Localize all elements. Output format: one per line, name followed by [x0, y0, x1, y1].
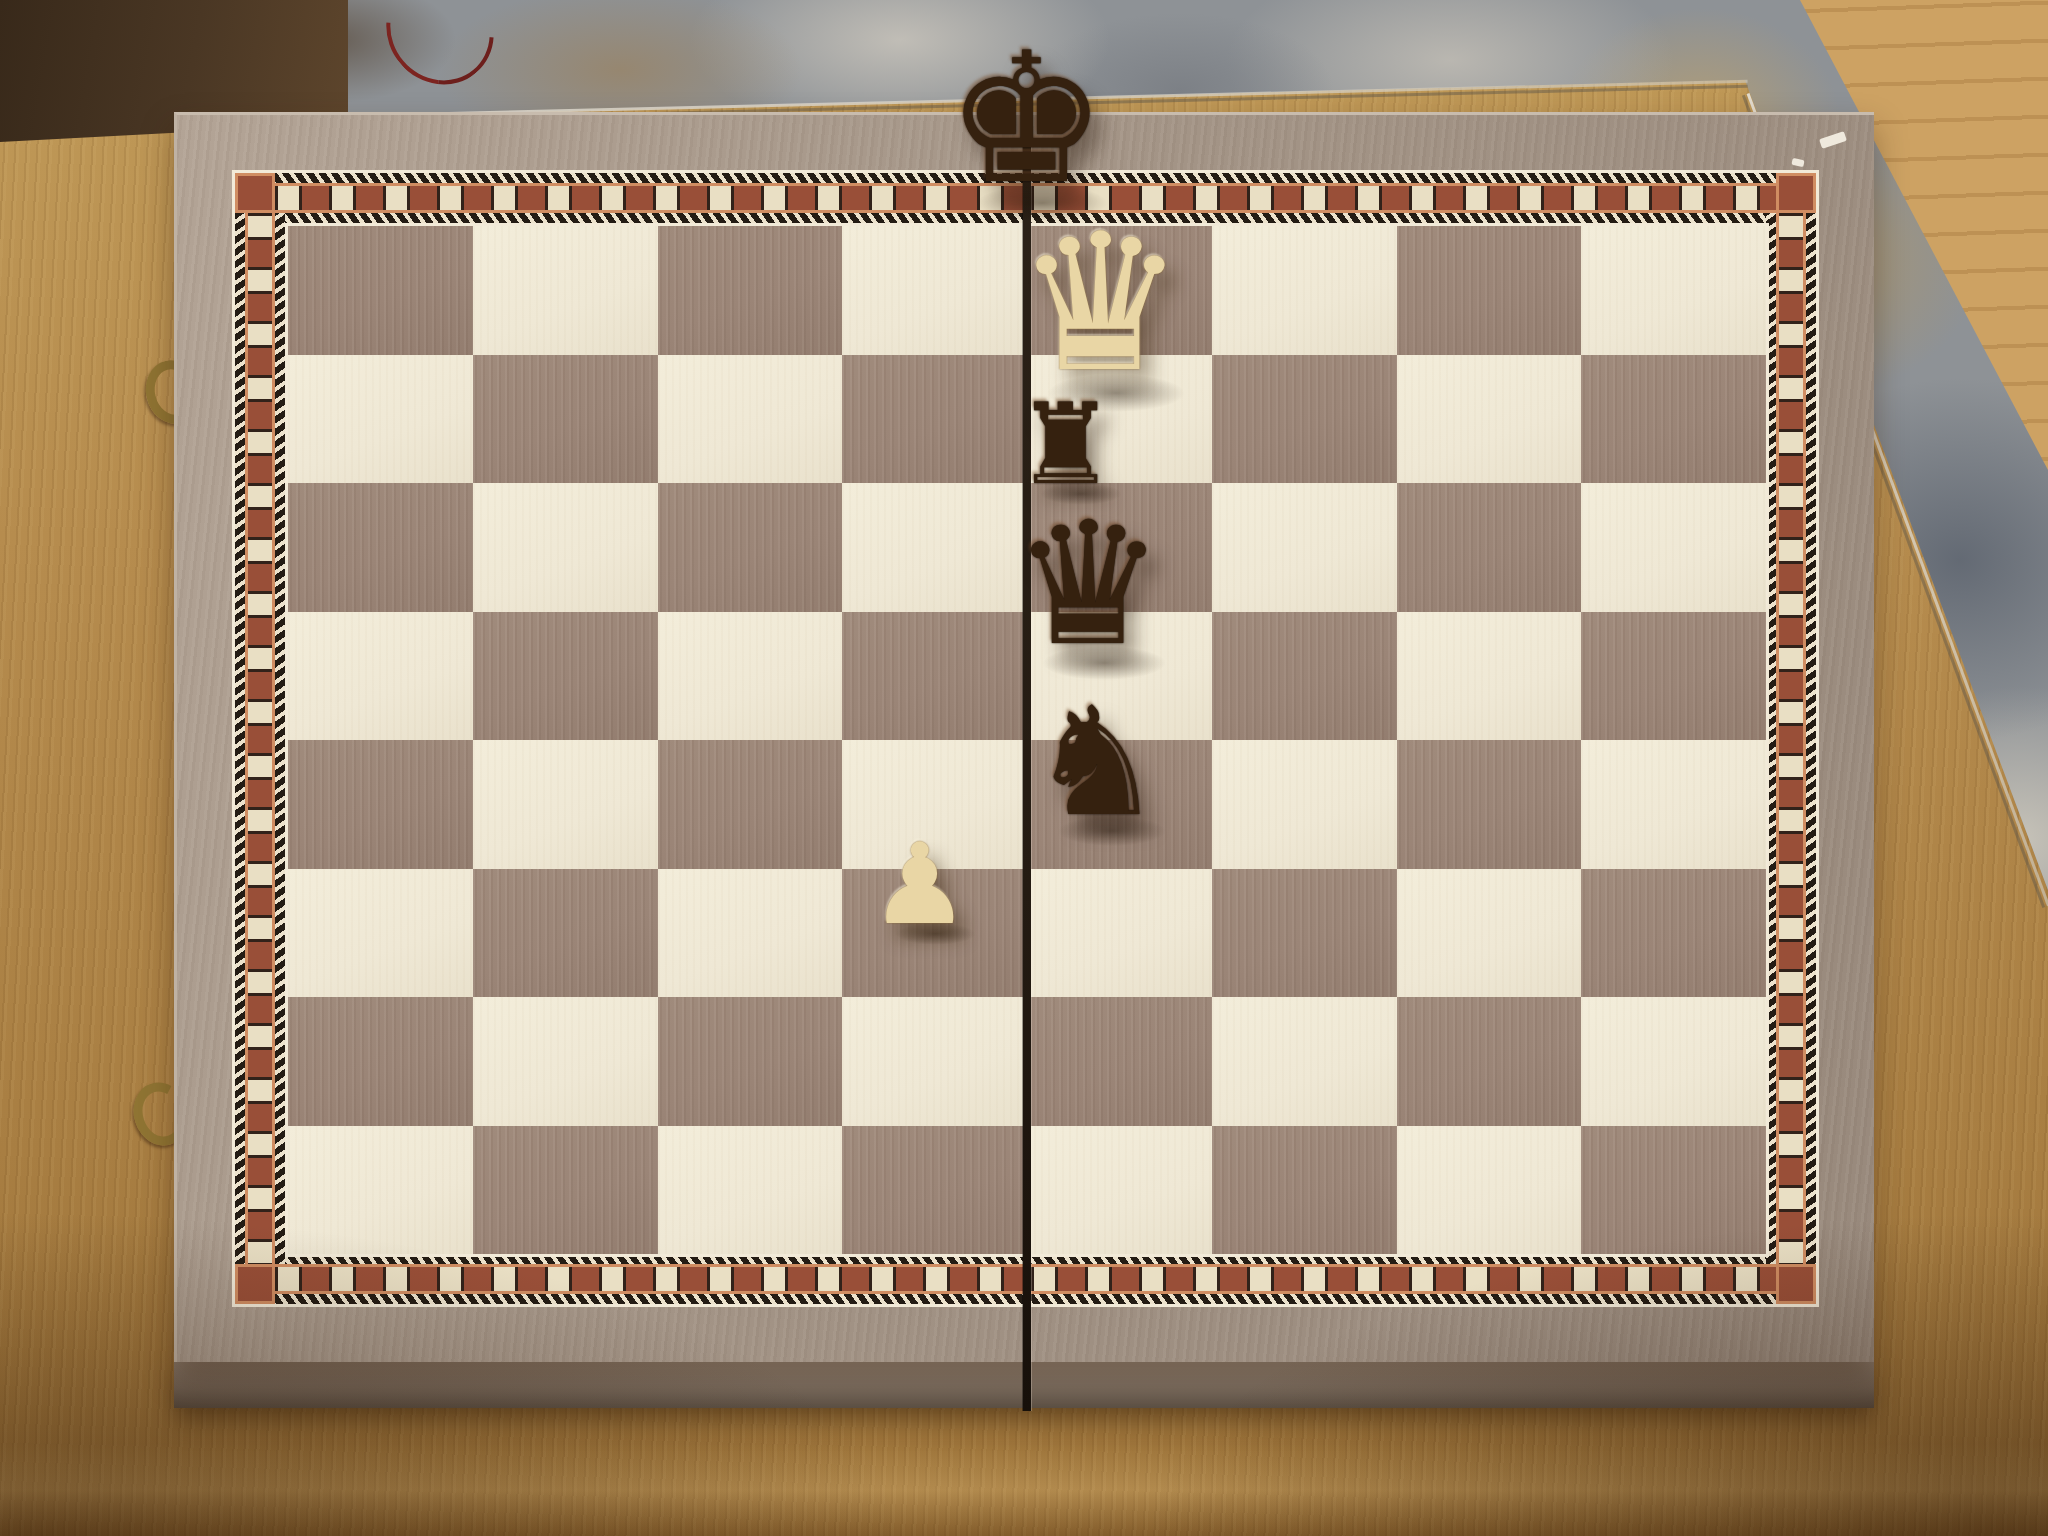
piece-white-queen[interactable]: ♛ — [1015, 209, 1185, 399]
chess-board: ♚♛♜♛♞♟ — [174, 112, 1874, 1362]
piece-black-queen[interactable]: ♛ — [1012, 499, 1164, 669]
photo-scene: ♚♛♜♛♞♟ — [0, 0, 2048, 1536]
piece-black-king[interactable]: ♚ — [946, 29, 1107, 209]
piece-black-rook[interactable]: ♜ — [1015, 388, 1115, 500]
piece-black-knight[interactable]: ♞ — [1029, 687, 1163, 837]
piece-white-pawn[interactable]: ♟ — [869, 828, 969, 940]
